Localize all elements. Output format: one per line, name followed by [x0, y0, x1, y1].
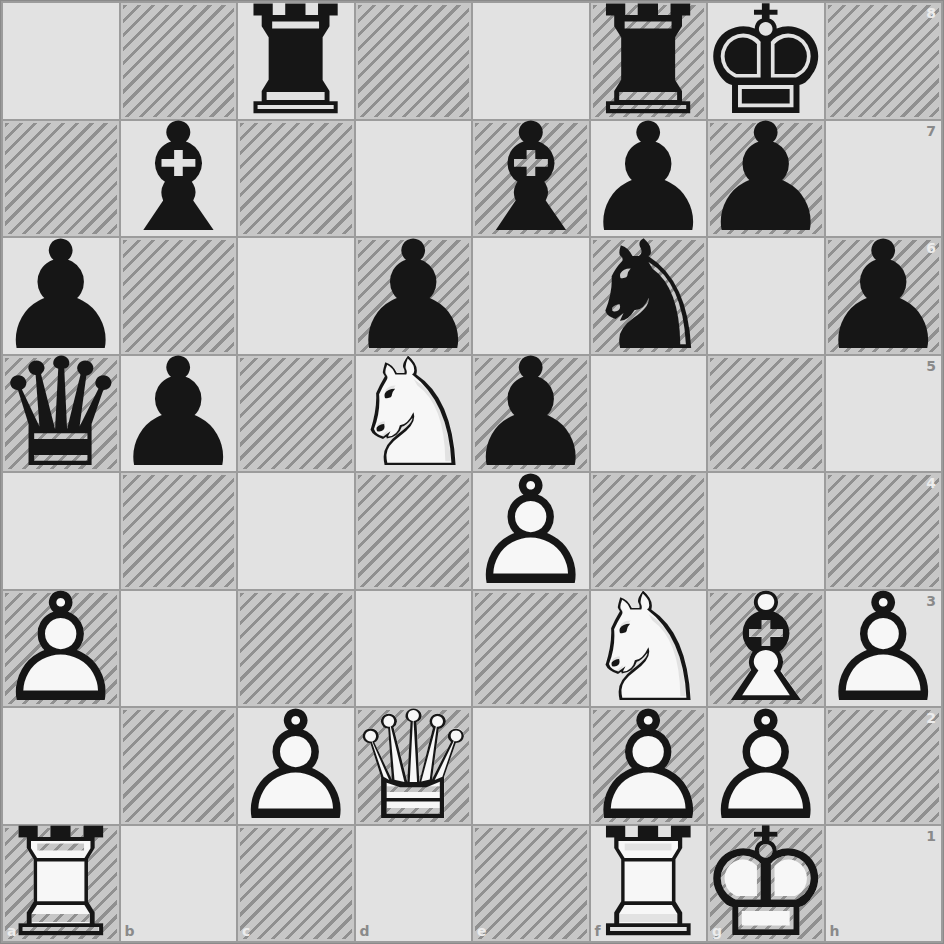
square-e2[interactable] — [473, 708, 589, 824]
square-b1[interactable]: b — [121, 826, 237, 942]
square-d5[interactable]: ♞♘ — [356, 356, 472, 472]
black-knight-icon: ♞ — [591, 238, 707, 354]
black-pawn-icon: ♟ — [826, 238, 942, 354]
black-pawn-icon: ♟ — [708, 121, 824, 237]
rank-label-1: 1 — [926, 829, 936, 843]
square-c8[interactable]: ♜ — [238, 3, 354, 119]
rank-label-4: 4 — [926, 476, 936, 490]
white-king-outline-icon: ♔ — [708, 826, 824, 942]
piece-black-pawn-g7[interactable]: ♟ — [708, 121, 824, 237]
square-f6[interactable]: ♞ — [591, 238, 707, 354]
piece-white-pawn-e4[interactable]: ♟♙ — [473, 473, 589, 589]
square-d8[interactable] — [356, 3, 472, 119]
square-a5[interactable]: ♛ — [3, 356, 119, 472]
white-rook-outline-icon: ♖ — [3, 826, 119, 942]
square-a1[interactable]: ♜♖a — [3, 826, 119, 942]
white-pawn-outline-icon: ♙ — [826, 591, 942, 707]
rank-label-8: 8 — [926, 6, 936, 20]
square-c2[interactable]: ♟♙ — [238, 708, 354, 824]
file-label-d: d — [360, 924, 370, 938]
square-h6[interactable]: ♟6 — [826, 238, 942, 354]
white-pawn-outline-icon: ♙ — [238, 708, 354, 824]
white-queen-outline-icon: ♕ — [356, 708, 472, 824]
square-h3[interactable]: ♟♙3 — [826, 591, 942, 707]
white-rook-outline-icon: ♖ — [591, 826, 707, 942]
black-bishop-icon: ♝ — [473, 121, 589, 237]
rank-label-2: 2 — [926, 711, 936, 725]
black-bishop-icon: ♝ — [121, 121, 237, 237]
piece-black-knight-f6[interactable]: ♞ — [591, 238, 707, 354]
square-b5[interactable]: ♟ — [121, 356, 237, 472]
square-g7[interactable]: ♟ — [708, 121, 824, 237]
square-b2[interactable] — [121, 708, 237, 824]
square-b3[interactable] — [121, 591, 237, 707]
file-label-f: f — [595, 924, 601, 938]
rank-label-3: 3 — [926, 594, 936, 608]
square-g5[interactable] — [708, 356, 824, 472]
square-h8[interactable]: 8 — [826, 3, 942, 119]
square-b7[interactable]: ♝ — [121, 121, 237, 237]
file-label-g: g — [712, 924, 722, 938]
piece-black-rook-c8[interactable]: ♜ — [238, 3, 354, 119]
file-label-b: b — [125, 924, 135, 938]
piece-black-queen-a5[interactable]: ♛ — [3, 356, 119, 472]
square-a3[interactable]: ♟♙ — [3, 591, 119, 707]
white-pawn-outline-icon: ♙ — [3, 591, 119, 707]
square-e4[interactable]: ♟♙ — [473, 473, 589, 589]
piece-black-pawn-h6[interactable]: ♟ — [826, 238, 942, 354]
file-label-h: h — [830, 924, 840, 938]
piece-white-rook-f1[interactable]: ♜♖ — [591, 826, 707, 942]
square-h1[interactable]: 1h — [826, 826, 942, 942]
black-pawn-icon: ♟ — [121, 356, 237, 472]
chess-board: ♜♜♚8♝♝♟♟7♟♟♞♟6♛♟♞♘♟5♟♙4♟♙♞♘♝♗♟♙3♟♙♛♕♟♙♟♙… — [0, 0, 944, 944]
square-g1[interactable]: ♚♔g — [708, 826, 824, 942]
square-e1[interactable]: e — [473, 826, 589, 942]
black-rook-icon: ♜ — [238, 3, 354, 119]
rank-label-5: 5 — [926, 359, 936, 373]
white-knight-outline-icon: ♘ — [356, 356, 472, 472]
piece-black-bishop-b7[interactable]: ♝ — [121, 121, 237, 237]
piece-white-pawn-c2[interactable]: ♟♙ — [238, 708, 354, 824]
square-f1[interactable]: ♜♖f — [591, 826, 707, 942]
square-c4[interactable] — [238, 473, 354, 589]
piece-white-knight-d5[interactable]: ♞♘ — [356, 356, 472, 472]
square-e7[interactable]: ♝ — [473, 121, 589, 237]
piece-white-king-g1[interactable]: ♚♔ — [708, 826, 824, 942]
piece-white-rook-a1[interactable]: ♜♖ — [3, 826, 119, 942]
file-label-e: e — [477, 924, 487, 938]
piece-white-pawn-h3[interactable]: ♟♙ — [826, 591, 942, 707]
rank-label-7: 7 — [926, 124, 936, 138]
piece-black-pawn-b5[interactable]: ♟ — [121, 356, 237, 472]
black-queen-icon: ♛ — [3, 356, 119, 472]
rank-label-6: 6 — [926, 241, 936, 255]
square-c5[interactable] — [238, 356, 354, 472]
white-pawn-outline-icon: ♙ — [473, 473, 589, 589]
square-d2[interactable]: ♛♕ — [356, 708, 472, 824]
square-c6[interactable] — [238, 238, 354, 354]
square-a8[interactable] — [3, 3, 119, 119]
piece-white-pawn-a3[interactable]: ♟♙ — [3, 591, 119, 707]
piece-white-queen-d2[interactable]: ♛♕ — [356, 708, 472, 824]
file-label-a: a — [7, 924, 16, 938]
file-label-c: c — [242, 924, 250, 938]
piece-black-bishop-e7[interactable]: ♝ — [473, 121, 589, 237]
